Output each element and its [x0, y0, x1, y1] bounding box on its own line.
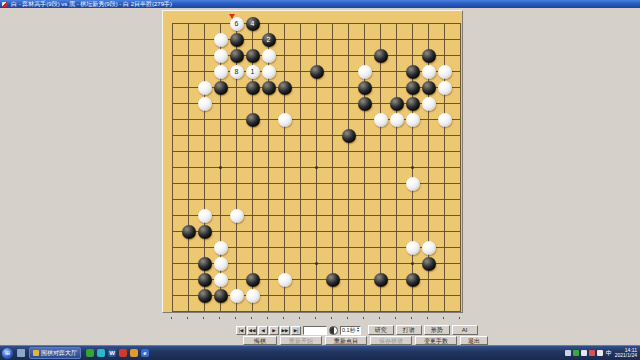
- stone-black: [422, 81, 436, 95]
- last-move-marker: [229, 14, 235, 19]
- star-point: [411, 262, 414, 265]
- stone-white: [438, 65, 452, 79]
- start-button[interactable]: ⊞: [2, 348, 13, 359]
- stone-black: [422, 257, 436, 271]
- stone-white: [214, 241, 228, 255]
- nav-button-2[interactable]: ◀: [258, 326, 268, 335]
- taskbar-item-label: 围棋对弈大厅: [41, 348, 77, 358]
- board-coordinate-tick: [203, 317, 204, 319]
- board-coordinate-tick: [251, 317, 252, 319]
- stone-black: [406, 81, 420, 95]
- stone-white: [214, 273, 228, 287]
- stone-toggle-icon[interactable]: [329, 326, 338, 335]
- stone-black: [182, 225, 196, 239]
- star-point: [315, 166, 318, 169]
- go-board[interactable]: 42681: [162, 10, 463, 313]
- stone-black: [406, 65, 420, 79]
- tray-icon-1[interactable]: [565, 350, 571, 356]
- stone-white: [406, 177, 420, 191]
- tray-icon-3[interactable]: [581, 350, 587, 356]
- tray-icon-5[interactable]: [597, 350, 603, 356]
- stone-white: [230, 289, 244, 303]
- screen: 白 - 弈林高手(9段) vs 黑 - 棋坛新秀(9段) - 白 2目半胜(27…: [0, 0, 640, 360]
- nav-button-3[interactable]: ▶: [269, 326, 279, 335]
- taskbar-item-icon: [33, 350, 39, 356]
- nav-button-4[interactable]: ▶▶: [280, 326, 290, 335]
- grid-line-v: [348, 23, 349, 312]
- show-desktop-icon[interactable]: [17, 349, 25, 357]
- grid-line-v: [332, 23, 333, 312]
- board-coordinate-tick: [171, 317, 172, 319]
- stone-white: [214, 257, 228, 271]
- delay-value: 0.1秒: [341, 326, 356, 334]
- taskbar: ⊞ 围棋对弈大厅 We 中 14:11 2021/1/24: [0, 345, 640, 360]
- tray-icon-group: [565, 350, 603, 356]
- stone-white: [406, 241, 420, 255]
- stone-black: [326, 273, 340, 287]
- stone-black: [390, 97, 404, 111]
- stone-white: [406, 113, 420, 127]
- grid-line-v: [380, 23, 381, 312]
- star-point: [411, 166, 414, 169]
- stone-black: [246, 81, 260, 95]
- quick-launch-icons: We: [86, 349, 149, 357]
- board-coordinate-tick: [299, 317, 300, 319]
- stone-white: 1: [246, 65, 260, 79]
- stone-white: [262, 49, 276, 63]
- word-icon[interactable]: W: [108, 349, 116, 357]
- browser-icon[interactable]: e: [141, 349, 149, 357]
- game-button-保存棋谱[interactable]: 保存棋谱: [370, 336, 412, 345]
- stone-black: [406, 97, 420, 111]
- stone-black: [422, 49, 436, 63]
- stone-white: [214, 65, 228, 79]
- stone-white: [198, 81, 212, 95]
- stone-white: [278, 273, 292, 287]
- stone-black: [230, 33, 244, 47]
- app-icon: [2, 2, 7, 7]
- board-coordinate-tick: [187, 317, 188, 319]
- board-coordinate-tick: [427, 317, 428, 319]
- board-coordinate-tick: [411, 317, 412, 319]
- move-number-label: 2: [262, 33, 276, 47]
- game-button-悔棋[interactable]: 悔棋: [243, 336, 277, 345]
- grid-line-h: [172, 231, 461, 232]
- taskbar-clock[interactable]: 14:11 2021/1/24: [615, 348, 637, 359]
- grid-line-h: [172, 215, 461, 216]
- stone-white: [422, 97, 436, 111]
- stone-white: [262, 65, 276, 79]
- tray-icon-4[interactable]: [589, 350, 595, 356]
- delay-spinner[interactable]: 0.1秒 ▲▼: [340, 326, 361, 335]
- stone-white: [214, 33, 228, 47]
- grid-line-v: [460, 23, 461, 312]
- spinner-arrows-icon[interactable]: ▲▼: [356, 327, 359, 334]
- action-button-group: 研究打谱形势AI: [368, 325, 478, 335]
- stone-white: [438, 113, 452, 127]
- stone-black: [214, 81, 228, 95]
- grid-line-h: [172, 199, 461, 200]
- action-button-2[interactable]: 形势: [424, 325, 450, 335]
- stone-white: [198, 97, 212, 111]
- stone-white: 8: [230, 65, 244, 79]
- star-point: [219, 166, 222, 169]
- orange-app-icon[interactable]: [130, 349, 138, 357]
- board-coordinate-tick: [395, 317, 396, 319]
- board-coordinate-tick: [459, 317, 460, 319]
- green-app-icon[interactable]: [86, 349, 94, 357]
- window-title: 白 - 弈林高手(9段) vs 黑 - 棋坛新秀(9段) - 白 2目半胜(27…: [11, 0, 172, 8]
- move-number-label: 1: [246, 65, 260, 79]
- nav-button-1[interactable]: ◀◀: [247, 326, 257, 335]
- stone-black: [198, 273, 212, 287]
- stone-white: [422, 241, 436, 255]
- stone-black: [198, 257, 212, 271]
- game-action-controls: 悔棋重新开始重新点目保存棋谱变更手数退出: [243, 336, 488, 345]
- board-coordinate-tick: [283, 317, 284, 319]
- clock-date: 2021/1/24: [615, 352, 637, 358]
- star-point: [315, 262, 318, 265]
- board-coordinate-tick: [331, 317, 332, 319]
- stone-black: [246, 273, 260, 287]
- stone-white: [422, 65, 436, 79]
- board-coordinate-tick: [347, 317, 348, 319]
- move-number-label: 4: [246, 17, 260, 31]
- playback-controls: |◀◀◀◀▶▶▶▶| 0.1秒 ▲▼ 研究打谱形势AI: [236, 325, 478, 335]
- move-number-input[interactable]: [303, 326, 327, 335]
- stone-black: [214, 289, 228, 303]
- game-button-重新点目[interactable]: 重新点目: [325, 336, 367, 345]
- stone-black: [246, 49, 260, 63]
- stone-white: [230, 209, 244, 223]
- stone-white: [198, 209, 212, 223]
- stone-black: 2: [262, 33, 276, 47]
- game-button-重新开始[interactable]: 重新开始: [280, 336, 322, 345]
- grid-line-v: [396, 23, 397, 312]
- board-coordinate-tick: [267, 317, 268, 319]
- game-button-退出[interactable]: 退出: [460, 336, 488, 345]
- stone-black: [262, 81, 276, 95]
- board-coordinate-tick: [379, 317, 380, 319]
- nav-button-0[interactable]: |◀: [236, 326, 246, 335]
- board-coordinate-tick: [235, 317, 236, 319]
- stone-white: 6: [230, 17, 244, 31]
- input-method-indicator[interactable]: 中: [606, 349, 612, 357]
- action-button-1[interactable]: 打谱: [396, 325, 422, 335]
- stone-black: [358, 81, 372, 95]
- stone-black: [406, 273, 420, 287]
- taskbar-item[interactable]: 围棋对弈大厅: [29, 347, 81, 359]
- stone-black: [198, 225, 212, 239]
- stone-white: [374, 113, 388, 127]
- stone-white: [438, 81, 452, 95]
- action-button-0[interactable]: 研究: [368, 325, 394, 335]
- move-number-label: 6: [230, 17, 244, 31]
- stone-black: 4: [246, 17, 260, 31]
- system-tray: 中 14:11 2021/1/24: [565, 348, 637, 359]
- action-button-3[interactable]: AI: [452, 325, 478, 335]
- stone-black: [374, 273, 388, 287]
- stone-black: [230, 49, 244, 63]
- stone-black: [358, 97, 372, 111]
- messenger-icon[interactable]: [97, 349, 105, 357]
- red-app-icon[interactable]: [119, 349, 127, 357]
- stone-white: [390, 113, 404, 127]
- stone-white: [358, 65, 372, 79]
- game-button-变更手数[interactable]: 变更手数: [415, 336, 457, 345]
- grid-line-h: [172, 311, 461, 312]
- stone-white: [214, 49, 228, 63]
- stone-black: [374, 49, 388, 63]
- board-coordinate-tick: [443, 317, 444, 319]
- tray-icon-2[interactable]: [573, 350, 579, 356]
- stone-black: [310, 65, 324, 79]
- window-titlebar[interactable]: 白 - 弈林高手(9段) vs 黑 - 棋坛新秀(9段) - 白 2目半胜(27…: [0, 0, 640, 8]
- nav-button-group: |◀◀◀◀▶▶▶▶|: [236, 326, 301, 335]
- move-number-label: 8: [230, 65, 244, 79]
- stone-black: [198, 289, 212, 303]
- board-coordinate-tick: [315, 317, 316, 319]
- nav-button-5[interactable]: ▶|: [291, 326, 301, 335]
- stone-black: [342, 129, 356, 143]
- board-coordinate-tick: [219, 317, 220, 319]
- stone-black: [278, 81, 292, 95]
- board-coordinate-tick: [363, 317, 364, 319]
- stone-black: [246, 113, 260, 127]
- stone-white: [278, 113, 292, 127]
- stone-white: [246, 289, 260, 303]
